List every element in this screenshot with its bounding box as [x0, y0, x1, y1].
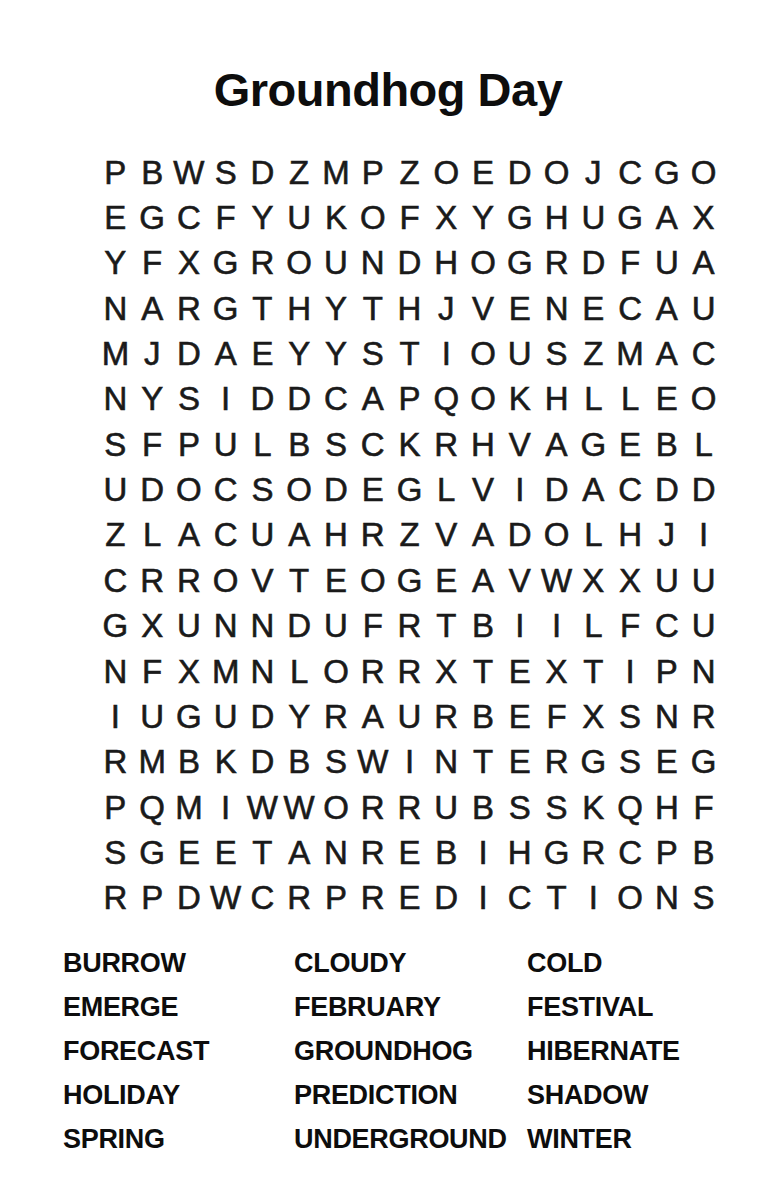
grid-cell: H: [391, 286, 428, 331]
grid-cell: L: [244, 422, 281, 467]
grid-cell: I: [501, 604, 538, 649]
grid-cell: U: [685, 558, 722, 603]
grid-cell: V: [465, 467, 502, 512]
grid-cell: A: [648, 331, 685, 376]
grid-cell: T: [244, 830, 281, 875]
grid-cell: G: [134, 830, 171, 875]
grid-cell: B: [281, 422, 318, 467]
grid-cell: D: [244, 694, 281, 739]
grid-cell: Z: [391, 513, 428, 558]
grid-cell: H: [538, 195, 575, 240]
grid-cell: U: [575, 195, 612, 240]
grid-cell: B: [171, 740, 208, 785]
grid-cell: P: [648, 830, 685, 875]
grid-cell: T: [465, 740, 502, 785]
grid-cell: B: [428, 830, 465, 875]
grid-cell: J: [648, 513, 685, 558]
grid-cell: D: [244, 377, 281, 422]
grid-cell: Q: [428, 377, 465, 422]
grid-cell: A: [354, 694, 391, 739]
grid-cell: U: [685, 286, 722, 331]
grid-cell: G: [648, 150, 685, 195]
word-item: FEBRUARY: [294, 985, 527, 1029]
grid-cell: F: [391, 195, 428, 240]
grid-cell: Y: [465, 195, 502, 240]
grid-cell: M: [97, 331, 134, 376]
grid-cell: N: [97, 377, 134, 422]
grid-cell: P: [648, 649, 685, 694]
grid-cell: H: [612, 513, 649, 558]
grid-cell: G: [612, 195, 649, 240]
grid-cell: B: [465, 785, 502, 830]
grid-cell: F: [612, 604, 649, 649]
grid-cell: C: [612, 830, 649, 875]
grid-cell: U: [648, 241, 685, 286]
grid-cell: C: [207, 513, 244, 558]
grid-cell: S: [97, 422, 134, 467]
grid-cell: O: [354, 558, 391, 603]
grid-cell: N: [97, 286, 134, 331]
grid-cell: E: [612, 422, 649, 467]
grid-cell: S: [171, 377, 208, 422]
grid-cell: M: [612, 331, 649, 376]
grid-cell: K: [391, 422, 428, 467]
word-list: BURROWEMERGEFORECASTHOLIDAYSPRINGCLOUDYF…: [63, 941, 723, 1161]
grid-cell: D: [281, 377, 318, 422]
word-item: GROUNDHOG: [294, 1029, 527, 1073]
grid-cell: D: [575, 241, 612, 286]
grid-cell: M: [207, 649, 244, 694]
grid-cell: D: [648, 467, 685, 512]
grid-cell: U: [244, 513, 281, 558]
word-item: WINTER: [527, 1117, 723, 1161]
grid-cell: H: [501, 830, 538, 875]
grid-cell: S: [318, 422, 355, 467]
grid-cell: O: [685, 150, 722, 195]
grid-cell: R: [538, 740, 575, 785]
grid-cell: P: [391, 377, 428, 422]
grid-cell: E: [391, 876, 428, 921]
grid-cell: W: [207, 876, 244, 921]
grid-cell: S: [354, 331, 391, 376]
grid-cell: O: [465, 377, 502, 422]
grid-cell: G: [391, 467, 428, 512]
grid-cell: H: [281, 286, 318, 331]
grid-cell: I: [612, 649, 649, 694]
grid-cell: O: [318, 649, 355, 694]
word-list-column: CLOUDYFEBRUARYGROUNDHOGPREDICTIONUNDERGR…: [294, 941, 527, 1161]
grid-cell: K: [318, 195, 355, 240]
grid-cell: F: [134, 649, 171, 694]
grid-cell: G: [501, 195, 538, 240]
grid-cell: R: [428, 422, 465, 467]
grid-cell: J: [134, 331, 171, 376]
grid-cell: C: [501, 876, 538, 921]
grid-cell: W: [354, 740, 391, 785]
grid-cell: F: [538, 694, 575, 739]
grid-cell: B: [685, 830, 722, 875]
grid-cell: U: [97, 467, 134, 512]
grid-cell: E: [648, 377, 685, 422]
grid-cell: G: [575, 422, 612, 467]
grid-cell: W: [538, 558, 575, 603]
grid-cell: N: [538, 286, 575, 331]
grid-cell: A: [134, 286, 171, 331]
grid-cell: A: [281, 830, 318, 875]
grid-cell: E: [501, 694, 538, 739]
grid-cell: N: [428, 740, 465, 785]
grid-cell: D: [501, 150, 538, 195]
grid-cell: U: [207, 422, 244, 467]
grid-cell: I: [538, 604, 575, 649]
grid-cell: G: [685, 740, 722, 785]
word-item: UNDERGROUND: [294, 1117, 527, 1161]
word-item: HOLIDAY: [63, 1073, 294, 1117]
grid-cell: N: [244, 649, 281, 694]
grid-cell: S: [612, 694, 649, 739]
grid-cell: Y: [318, 286, 355, 331]
word-item: SHADOW: [527, 1073, 723, 1117]
grid-cell: H: [648, 785, 685, 830]
grid-cell: G: [575, 740, 612, 785]
grid-cell: S: [612, 740, 649, 785]
grid-cell: R: [428, 694, 465, 739]
grid-cell: N: [648, 876, 685, 921]
grid-cell: P: [354, 150, 391, 195]
grid-cell: L: [685, 422, 722, 467]
word-item: EMERGE: [63, 985, 294, 1029]
grid-cell: O: [281, 467, 318, 512]
grid-cell: U: [648, 558, 685, 603]
grid-cell: J: [575, 150, 612, 195]
grid-cell: G: [134, 195, 171, 240]
grid-cell: S: [501, 785, 538, 830]
grid-cell: O: [538, 150, 575, 195]
grid-cell: L: [575, 513, 612, 558]
grid-cell: R: [538, 241, 575, 286]
grid-cell: E: [171, 830, 208, 875]
grid-cell: V: [428, 513, 465, 558]
grid-cell: W: [171, 150, 208, 195]
grid-cell: U: [171, 604, 208, 649]
grid-cell: O: [465, 331, 502, 376]
grid-cell: M: [171, 785, 208, 830]
grid-cell: N: [354, 241, 391, 286]
word-item: FESTIVAL: [527, 985, 723, 1029]
grid-cell: A: [648, 195, 685, 240]
grid-cell: G: [501, 241, 538, 286]
grid-cell: O: [685, 377, 722, 422]
word-item: HIBERNATE: [527, 1029, 723, 1073]
grid-cell: H: [465, 422, 502, 467]
grid-cell: U: [391, 694, 428, 739]
grid-cell: R: [391, 649, 428, 694]
grid-cell: E: [465, 150, 502, 195]
grid-cell: K: [501, 377, 538, 422]
grid-cell: G: [97, 604, 134, 649]
grid-cell: P: [97, 150, 134, 195]
grid-cell: W: [281, 785, 318, 830]
grid-cell: P: [171, 422, 208, 467]
grid-cell: G: [207, 286, 244, 331]
grid-cell: Y: [134, 377, 171, 422]
grid-cell: V: [465, 286, 502, 331]
grid-cell: N: [97, 649, 134, 694]
grid-cell: T: [281, 558, 318, 603]
grid-cell: I: [207, 785, 244, 830]
grid-cell: A: [171, 513, 208, 558]
grid-cell: J: [428, 286, 465, 331]
grid-cell: T: [575, 649, 612, 694]
grid-cell: O: [612, 876, 649, 921]
grid-cell: U: [428, 785, 465, 830]
grid-cell: B: [648, 422, 685, 467]
grid-cell: R: [391, 785, 428, 830]
grid-cell: C: [171, 195, 208, 240]
grid-cell: X: [428, 649, 465, 694]
grid-cell: C: [648, 604, 685, 649]
grid-cell: I: [465, 830, 502, 875]
grid-cell: R: [134, 558, 171, 603]
grid-cell: H: [538, 377, 575, 422]
grid-cell: Z: [97, 513, 134, 558]
grid-cell: Y: [281, 694, 318, 739]
grid-cell: E: [391, 830, 428, 875]
word-item: PREDICTION: [294, 1073, 527, 1117]
grid-cell: G: [391, 558, 428, 603]
grid-cell: R: [318, 694, 355, 739]
grid-cell: V: [244, 558, 281, 603]
grid-cell: M: [134, 740, 171, 785]
grid-cell: D: [244, 150, 281, 195]
grid-cell: S: [685, 876, 722, 921]
grid-cell: B: [281, 740, 318, 785]
word-item: FORECAST: [63, 1029, 294, 1073]
puzzle-title: Groundhog Day: [0, 62, 776, 117]
grid-cell: V: [501, 558, 538, 603]
grid-cell: O: [465, 241, 502, 286]
grid-cell: I: [97, 694, 134, 739]
grid-cell: R: [354, 876, 391, 921]
grid-cell: D: [501, 513, 538, 558]
grid-cell: O: [318, 785, 355, 830]
grid-cell: C: [612, 150, 649, 195]
grid-cell: X: [538, 649, 575, 694]
grid-cell: U: [281, 195, 318, 240]
grid-cell: I: [465, 876, 502, 921]
grid-cell: I: [575, 876, 612, 921]
grid-cell: H: [428, 241, 465, 286]
grid-cell: X: [575, 694, 612, 739]
grid-cell: D: [281, 604, 318, 649]
grid-cell: F: [354, 604, 391, 649]
grid-cell: U: [134, 694, 171, 739]
grid-cell: I: [428, 331, 465, 376]
grid-cell: D: [134, 467, 171, 512]
grid-cell: L: [575, 377, 612, 422]
grid-cell: K: [207, 740, 244, 785]
grid-cell: D: [538, 467, 575, 512]
grid-cell: X: [612, 558, 649, 603]
grid-cell: E: [97, 195, 134, 240]
grid-cell: E: [207, 830, 244, 875]
grid-cell: D: [391, 241, 428, 286]
word-list-column: BURROWEMERGEFORECASTHOLIDAYSPRING: [63, 941, 294, 1161]
grid-cell: P: [134, 876, 171, 921]
grid-cell: B: [465, 694, 502, 739]
grid-cell: R: [685, 694, 722, 739]
grid-cell: C: [207, 467, 244, 512]
grid-cell: T: [244, 286, 281, 331]
grid-cell: N: [207, 604, 244, 649]
grid-cell: C: [318, 377, 355, 422]
grid-cell: N: [318, 830, 355, 875]
grid-cell: M: [318, 150, 355, 195]
word-search-grid: PBWSDZMPZOEDOJCGOEGCFYUKOFXYGHUGAXYFXGRO…: [97, 150, 722, 921]
grid-cell: Z: [281, 150, 318, 195]
grid-cell: N: [685, 649, 722, 694]
grid-cell: S: [244, 467, 281, 512]
grid-cell: F: [207, 195, 244, 240]
grid-cell: U: [501, 331, 538, 376]
grid-cell: T: [428, 604, 465, 649]
grid-cell: S: [207, 150, 244, 195]
grid-cell: F: [685, 785, 722, 830]
grid-cell: O: [428, 150, 465, 195]
grid-cell: X: [575, 558, 612, 603]
grid-cell: F: [134, 422, 171, 467]
grid-cell: Y: [318, 331, 355, 376]
grid-cell: A: [465, 558, 502, 603]
grid-cell: S: [97, 830, 134, 875]
grid-cell: R: [354, 649, 391, 694]
grid-cell: K: [575, 785, 612, 830]
grid-cell: P: [318, 876, 355, 921]
grid-cell: L: [134, 513, 171, 558]
grid-cell: U: [207, 694, 244, 739]
grid-cell: H: [318, 513, 355, 558]
grid-cell: C: [354, 422, 391, 467]
grid-cell: L: [428, 467, 465, 512]
grid-cell: R: [391, 604, 428, 649]
word-list-column: COLDFESTIVALHIBERNATESHADOWWINTER: [527, 941, 723, 1161]
grid-cell: X: [428, 195, 465, 240]
grid-cell: A: [354, 377, 391, 422]
grid-cell: A: [648, 286, 685, 331]
grid-cell: I: [391, 740, 428, 785]
grid-cell: E: [575, 286, 612, 331]
grid-cell: C: [612, 286, 649, 331]
grid-cell: D: [318, 467, 355, 512]
grid-cell: L: [281, 649, 318, 694]
grid-cell: D: [171, 876, 208, 921]
grid-cell: A: [281, 513, 318, 558]
grid-cell: R: [97, 740, 134, 785]
grid-cell: U: [318, 241, 355, 286]
grid-cell: E: [501, 286, 538, 331]
grid-cell: R: [281, 876, 318, 921]
grid-cell: E: [648, 740, 685, 785]
word-item: CLOUDY: [294, 941, 527, 985]
grid-cell: L: [612, 377, 649, 422]
grid-cell: Y: [281, 331, 318, 376]
grid-cell: G: [171, 694, 208, 739]
grid-cell: E: [501, 649, 538, 694]
grid-cell: N: [244, 604, 281, 649]
grid-cell: S: [538, 785, 575, 830]
grid-cell: I: [501, 467, 538, 512]
grid-cell: A: [207, 331, 244, 376]
grid-cell: E: [318, 558, 355, 603]
grid-cell: V: [501, 422, 538, 467]
grid-cell: X: [134, 604, 171, 649]
grid-cell: D: [685, 467, 722, 512]
grid-cell: Y: [244, 195, 281, 240]
grid-cell: R: [354, 830, 391, 875]
grid-cell: I: [685, 513, 722, 558]
grid-cell: O: [354, 195, 391, 240]
grid-cell: S: [318, 740, 355, 785]
grid-cell: R: [171, 286, 208, 331]
grid-cell: C: [685, 331, 722, 376]
grid-cell: T: [354, 286, 391, 331]
grid-cell: R: [171, 558, 208, 603]
grid-cell: F: [134, 241, 171, 286]
grid-cell: G: [538, 830, 575, 875]
grid-cell: I: [207, 377, 244, 422]
grid-cell: P: [97, 785, 134, 830]
grid-cell: Z: [575, 331, 612, 376]
grid-cell: C: [612, 467, 649, 512]
grid-cell: O: [207, 558, 244, 603]
grid-cell: L: [575, 604, 612, 649]
word-item: COLD: [527, 941, 723, 985]
grid-cell: B: [465, 604, 502, 649]
word-item: SPRING: [63, 1117, 294, 1161]
grid-cell: R: [575, 830, 612, 875]
grid-cell: A: [575, 467, 612, 512]
word-search-worksheet: Groundhog Day PBWSDZMPZOEDOJCGOEGCFYUKOF…: [0, 0, 776, 1200]
grid-cell: A: [538, 422, 575, 467]
grid-cell: Q: [134, 785, 171, 830]
grid-cell: O: [538, 513, 575, 558]
grid-cell: E: [244, 331, 281, 376]
grid-cell: T: [465, 649, 502, 694]
grid-cell: X: [685, 195, 722, 240]
grid-cell: A: [465, 513, 502, 558]
grid-cell: O: [171, 467, 208, 512]
grid-cell: Z: [391, 150, 428, 195]
grid-cell: R: [244, 241, 281, 286]
grid-cell: C: [244, 876, 281, 921]
grid-cell: N: [648, 694, 685, 739]
grid-cell: D: [171, 331, 208, 376]
grid-cell: F: [612, 241, 649, 286]
grid-cell: S: [538, 331, 575, 376]
grid-cell: U: [685, 604, 722, 649]
grid-cell: C: [97, 558, 134, 603]
grid-cell: B: [134, 150, 171, 195]
grid-cell: O: [281, 241, 318, 286]
grid-cell: A: [685, 241, 722, 286]
grid-cell: D: [244, 740, 281, 785]
grid-cell: Y: [97, 241, 134, 286]
grid-cell: E: [501, 740, 538, 785]
grid-cell: R: [354, 513, 391, 558]
grid-cell: T: [538, 876, 575, 921]
grid-cell: R: [354, 785, 391, 830]
grid-cell: X: [171, 649, 208, 694]
